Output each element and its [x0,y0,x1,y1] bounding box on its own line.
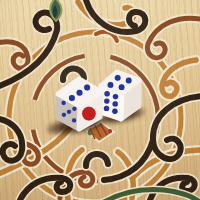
pip [84,85,90,91]
pip [67,110,71,114]
die-left[interactable] [58,79,101,129]
pip [119,84,125,90]
pip [112,109,117,114]
pip [126,78,132,84]
pip [82,107,96,121]
dice-layer [0,0,200,200]
pip [104,91,109,96]
die-right[interactable] [100,72,139,119]
pip [113,101,118,106]
pip [104,98,109,103]
pip [113,94,118,99]
pip [77,90,83,96]
board-photo [0,0,200,200]
pip [62,101,66,105]
pip [62,113,66,117]
pip [104,106,109,111]
pip [72,107,76,111]
pip [69,95,75,101]
pip [72,118,76,122]
pip [115,75,121,81]
pip [108,82,114,88]
